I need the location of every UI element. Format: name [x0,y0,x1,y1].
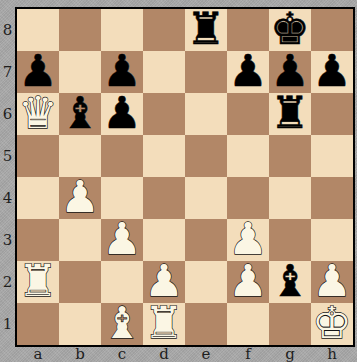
square-b6[interactable]: ♝ [59,93,101,135]
rank-label-1: 1 [0,303,15,345]
file-label-h: h [311,346,353,362]
square-d6[interactable] [143,93,185,135]
square-f7[interactable]: ♟ [227,51,269,93]
square-a4[interactable] [17,177,59,219]
file-label-e: e [185,346,227,362]
piece-black-rook[interactable]: ♜ [186,7,225,51]
square-e7[interactable] [185,51,227,93]
piece-white-king[interactable]: ♚ [312,301,351,345]
square-e5[interactable] [185,135,227,177]
square-g5[interactable] [269,135,311,177]
piece-white-pawn[interactable]: ♟ [60,175,99,219]
file-label-b: b [59,346,101,362]
square-a1[interactable] [17,303,59,345]
square-d8[interactable] [143,9,185,51]
square-b1[interactable] [59,303,101,345]
square-h6[interactable] [311,93,353,135]
square-d4[interactable] [143,177,185,219]
square-d5[interactable] [143,135,185,177]
rank-label-7: 7 [0,51,15,93]
square-e2[interactable] [185,261,227,303]
file-label-d: d [143,346,185,362]
rank-label-2: 2 [0,261,15,303]
square-a6[interactable]: ♛ [17,93,59,135]
piece-white-pawn[interactable]: ♟ [228,259,267,303]
square-b3[interactable] [59,219,101,261]
piece-black-bishop[interactable]: ♝ [60,91,99,135]
square-f1[interactable] [227,303,269,345]
file-labels: abcdefgh [17,346,353,362]
piece-black-rook[interactable]: ♜ [270,91,309,135]
square-e6[interactable] [185,93,227,135]
square-c5[interactable] [101,135,143,177]
rank-label-3: 3 [0,219,15,261]
piece-black-pawn[interactable]: ♟ [312,49,351,93]
piece-white-pawn[interactable]: ♟ [102,217,141,261]
square-e1[interactable] [185,303,227,345]
square-h4[interactable] [311,177,353,219]
square-g1[interactable] [269,303,311,345]
rank-labels: 87654321 [0,9,15,345]
square-g2[interactable]: ♝ [269,261,311,303]
piece-white-queen[interactable]: ♛ [18,91,57,135]
square-a2[interactable]: ♜ [17,261,59,303]
square-b4[interactable]: ♟ [59,177,101,219]
square-f5[interactable] [227,135,269,177]
square-b2[interactable] [59,261,101,303]
square-h7[interactable]: ♟ [311,51,353,93]
square-f6[interactable] [227,93,269,135]
square-e8[interactable]: ♜ [185,9,227,51]
square-a5[interactable] [17,135,59,177]
square-g6[interactable]: ♜ [269,93,311,135]
square-e3[interactable] [185,219,227,261]
rank-label-8: 8 [0,9,15,51]
rank-label-4: 4 [0,177,15,219]
piece-black-pawn[interactable]: ♟ [102,91,141,135]
square-c3[interactable]: ♟ [101,219,143,261]
piece-black-bishop[interactable]: ♝ [270,259,309,303]
piece-white-bishop[interactable]: ♝ [102,301,141,345]
file-label-g: g [269,346,311,362]
square-f2[interactable]: ♟ [227,261,269,303]
square-h5[interactable] [311,135,353,177]
chess-board: ♜♚♟♟♟♟♟♛♝♟♜♟♟♟♜♟♟♝♟♝♜♚ [15,7,355,347]
rank-label-5: 5 [0,135,15,177]
square-d7[interactable] [143,51,185,93]
piece-white-rook[interactable]: ♜ [144,301,183,345]
square-g4[interactable] [269,177,311,219]
square-h1[interactable]: ♚ [311,303,353,345]
file-label-c: c [101,346,143,362]
square-e4[interactable] [185,177,227,219]
square-c6[interactable]: ♟ [101,93,143,135]
piece-white-rook[interactable]: ♜ [18,259,57,303]
file-label-a: a [17,346,59,362]
square-d1[interactable]: ♜ [143,303,185,345]
chess-diagram: 87654321 ♜♚♟♟♟♟♟♛♝♟♜♟♟♟♜♟♟♝♟♝♜♚ abcdefgh [0,0,357,362]
square-b8[interactable] [59,9,101,51]
rank-label-6: 6 [0,93,15,135]
piece-black-pawn[interactable]: ♟ [228,49,267,93]
square-c1[interactable]: ♝ [101,303,143,345]
file-label-f: f [227,346,269,362]
